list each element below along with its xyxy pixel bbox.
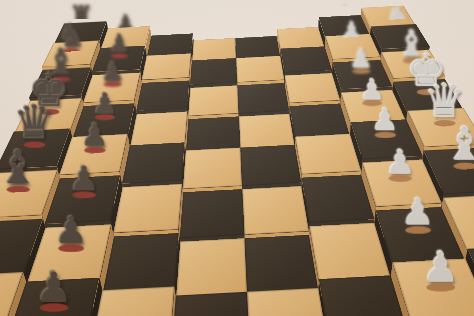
block-top — [130, 111, 188, 146]
block-top — [171, 292, 251, 316]
block-top — [183, 147, 242, 188]
block-top — [136, 80, 189, 111]
photo-scene: ♜♟♟♜♞♟♟♞♝♟♟♝♚♟♟♚♛♟♟♛♝♟♟♝♞♟♟♞♜♟♟♜ — [0, 0, 474, 316]
block-top — [236, 56, 284, 83]
board-stage: ♜♟♟♜♞♟♟♞♝♟♟♝♚♟♟♚♛♟♟♛♝♟♟♝♞♟♟♞♜♟♟♜ — [0, 0, 474, 316]
block-top — [240, 145, 301, 186]
square-a4[interactable] — [248, 297, 330, 316]
block-top — [180, 189, 245, 238]
piece-black-rook[interactable]: ♜ — [0, 214, 12, 307]
block-top — [122, 142, 185, 183]
square-a6[interactable] — [93, 304, 177, 316]
block-top — [239, 114, 295, 149]
block-top — [295, 134, 361, 175]
piece-white-pawn[interactable]: ♟ — [402, 200, 474, 292]
block-top — [142, 53, 192, 80]
block-top — [289, 103, 350, 138]
block-top — [237, 83, 289, 114]
block-top — [113, 184, 182, 233]
square-a5[interactable] — [172, 300, 251, 316]
block-top — [285, 73, 341, 103]
block-top — [176, 238, 247, 297]
block-top — [190, 58, 237, 85]
felt-base — [40, 303, 69, 312]
block-top — [242, 186, 309, 235]
block-top — [280, 46, 332, 72]
block-top — [188, 85, 239, 116]
piece-black-pawn[interactable]: ♟ — [15, 220, 92, 312]
square-a7[interactable]: ♟ — [15, 308, 107, 316]
block-top — [186, 116, 241, 152]
block-top — [247, 288, 330, 316]
block-top — [245, 235, 319, 294]
square-a3[interactable] — [318, 293, 408, 316]
felt-base — [426, 283, 455, 292]
board-wrap: ♜♟♟♜♞♟♟♞♝♟♟♝♚♟♟♚♛♟♟♛♝♟♟♝♞♟♟♞♜♟♟♜ — [0, 43, 474, 316]
block-top — [103, 233, 179, 292]
chess-board: ♜♟♟♜♞♟♟♞♝♟♟♝♚♟♟♚♛♟♟♛♝♟♟♝♞♟♟♞♜♟♟♜ — [0, 43, 474, 316]
